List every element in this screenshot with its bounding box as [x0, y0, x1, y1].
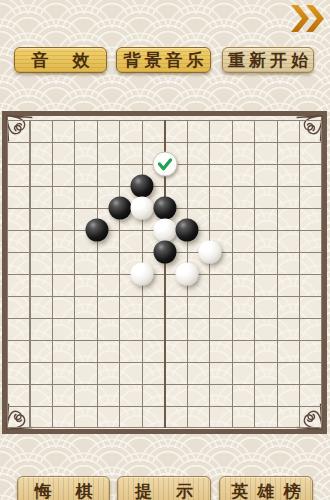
board-cell[interactable]	[276, 142, 298, 164]
board-cell[interactable]	[97, 383, 119, 405]
board-cell[interactable]	[7, 164, 29, 186]
board-cell[interactable]	[119, 252, 141, 274]
board-cell[interactable]	[186, 208, 208, 230]
board-cell[interactable]	[142, 383, 164, 405]
board-cell[interactable]	[186, 295, 208, 317]
board-cell[interactable]	[74, 230, 96, 252]
board-cell[interactable]	[142, 230, 164, 252]
board-cell[interactable]	[29, 164, 51, 186]
board-cell[interactable]	[97, 164, 119, 186]
board-cell[interactable]	[52, 295, 74, 317]
board-cell[interactable]	[74, 120, 96, 142]
board-cell[interactable]	[97, 142, 119, 164]
board-cell[interactable]	[142, 295, 164, 317]
board-cell[interactable]	[231, 274, 253, 296]
board-cell[interactable]	[186, 252, 208, 274]
undo-move-label: 悔棋	[35, 480, 117, 500]
board-cell[interactable]	[97, 252, 119, 274]
board-cell[interactable]	[7, 361, 29, 383]
board-cell[interactable]	[142, 186, 164, 208]
board-cell[interactable]	[209, 186, 231, 208]
board-cell[interactable]	[29, 383, 51, 405]
board-cell[interactable]	[74, 186, 96, 208]
board-cell[interactable]	[119, 208, 141, 230]
board-cell[interactable]	[7, 274, 29, 296]
board-cell[interactable]	[299, 252, 321, 274]
board-cell[interactable]	[231, 339, 253, 361]
board-cell[interactable]	[254, 164, 276, 186]
board-cell[interactable]	[231, 361, 253, 383]
double-chevron-right-icon	[290, 5, 326, 32]
board-cell[interactable]	[231, 295, 253, 317]
board-cell[interactable]	[164, 120, 186, 142]
board-cell[interactable]	[209, 120, 231, 142]
board-cell[interactable]	[7, 339, 29, 361]
board-cell[interactable]	[276, 252, 298, 274]
board-cell[interactable]	[231, 405, 253, 427]
board-cell[interactable]	[231, 164, 253, 186]
board-cell[interactable]	[299, 230, 321, 252]
board-cell[interactable]	[7, 252, 29, 274]
board-cell[interactable]	[164, 361, 186, 383]
board-cell[interactable]	[276, 361, 298, 383]
background-music-button[interactable]: 背景音乐	[116, 47, 211, 73]
board-cell[interactable]	[142, 317, 164, 339]
board-cell[interactable]	[52, 339, 74, 361]
board-cell[interactable]	[97, 208, 119, 230]
board-cell[interactable]	[7, 230, 29, 252]
board-cell[interactable]	[276, 339, 298, 361]
board-cell[interactable]	[119, 339, 141, 361]
board-cell[interactable]	[276, 274, 298, 296]
board-cell[interactable]	[29, 186, 51, 208]
board-cell[interactable]	[97, 120, 119, 142]
board-cell[interactable]	[231, 186, 253, 208]
board-cell[interactable]	[164, 295, 186, 317]
restart-button[interactable]: 重新开始	[222, 47, 314, 73]
sound-effects-label: 音效	[32, 49, 114, 72]
board-cell[interactable]	[254, 317, 276, 339]
board-cell[interactable]	[186, 120, 208, 142]
board-cell[interactable]	[74, 383, 96, 405]
board-cell[interactable]	[276, 317, 298, 339]
board-cell[interactable]	[254, 361, 276, 383]
board-cell[interactable]	[7, 208, 29, 230]
board-cell[interactable]	[231, 142, 253, 164]
board-cell[interactable]	[97, 317, 119, 339]
board-cell[interactable]	[97, 405, 119, 427]
board-cell[interactable]	[142, 120, 164, 142]
board-cell[interactable]	[74, 405, 96, 427]
board-cell[interactable]	[7, 142, 29, 164]
board-cell[interactable]	[7, 186, 29, 208]
board-cell[interactable]	[29, 295, 51, 317]
gomoku-board	[2, 111, 327, 434]
board-cell[interactable]	[97, 186, 119, 208]
board-cell[interactable]	[254, 274, 276, 296]
board-cell[interactable]	[164, 317, 186, 339]
board-cell[interactable]	[231, 208, 253, 230]
board-cell[interactable]	[186, 317, 208, 339]
board-cell[interactable]	[209, 274, 231, 296]
board-cell[interactable]	[29, 252, 51, 274]
board-cell[interactable]	[52, 274, 74, 296]
board-cell[interactable]	[29, 230, 51, 252]
board-cell[interactable]	[52, 405, 74, 427]
board-cell[interactable]	[276, 405, 298, 427]
board-cell[interactable]	[7, 120, 29, 142]
board-cell[interactable]	[119, 120, 141, 142]
board-cell[interactable]	[299, 295, 321, 317]
board-cell[interactable]	[254, 405, 276, 427]
board-cell[interactable]	[254, 208, 276, 230]
board-cell[interactable]	[52, 164, 74, 186]
background-music-label: 背景音乐	[124, 49, 208, 72]
leaderboard-button[interactable]: 英雄榜	[219, 476, 313, 500]
board-cell[interactable]	[119, 230, 141, 252]
board-cell[interactable]	[209, 383, 231, 405]
board-cell[interactable]	[52, 142, 74, 164]
board-cell[interactable]	[52, 361, 74, 383]
board-cell[interactable]	[299, 317, 321, 339]
board-cell[interactable]	[209, 142, 231, 164]
board-cell[interactable]	[254, 186, 276, 208]
board-cell[interactable]	[29, 361, 51, 383]
board-cell[interactable]	[186, 142, 208, 164]
board-cell[interactable]	[209, 252, 231, 274]
board-cell[interactable]	[276, 230, 298, 252]
board-cell[interactable]	[164, 230, 186, 252]
board-cell[interactable]	[52, 230, 74, 252]
board-cell[interactable]	[299, 208, 321, 230]
board-cell[interactable]	[254, 295, 276, 317]
board-cell[interactable]	[276, 383, 298, 405]
board-cell[interactable]	[97, 295, 119, 317]
board-cell[interactable]	[74, 252, 96, 274]
board-cell[interactable]	[29, 208, 51, 230]
board-cell[interactable]	[276, 164, 298, 186]
board-cell[interactable]	[299, 120, 321, 142]
board-cell[interactable]	[254, 142, 276, 164]
board-cell[interactable]	[142, 274, 164, 296]
undo-move-button[interactable]: 悔棋	[17, 476, 110, 500]
board-cell[interactable]	[52, 317, 74, 339]
board-cell[interactable]	[276, 295, 298, 317]
board-cell[interactable]	[142, 208, 164, 230]
board-cell[interactable]	[119, 383, 141, 405]
board-cell[interactable]	[186, 405, 208, 427]
board-cell[interactable]	[299, 405, 321, 427]
board-cell[interactable]	[209, 295, 231, 317]
board-cell[interactable]	[29, 274, 51, 296]
board-cell[interactable]	[119, 405, 141, 427]
board-cell[interactable]	[254, 339, 276, 361]
board-cell[interactable]	[7, 317, 29, 339]
board-cell[interactable]	[299, 164, 321, 186]
board-cell[interactable]	[97, 339, 119, 361]
board-inner	[7, 120, 322, 428]
board-cell[interactable]	[164, 383, 186, 405]
board-cell[interactable]	[276, 208, 298, 230]
board-cell[interactable]	[74, 208, 96, 230]
board-cell[interactable]	[142, 252, 164, 274]
board-cell[interactable]	[209, 405, 231, 427]
hint-label: 提示	[135, 480, 217, 500]
board-cell[interactable]	[74, 164, 96, 186]
board-cell[interactable]	[254, 230, 276, 252]
board-cell[interactable]	[186, 186, 208, 208]
board-cell[interactable]	[97, 230, 119, 252]
board-cell[interactable]	[74, 361, 96, 383]
board-cell[interactable]	[164, 405, 186, 427]
board-cell[interactable]	[231, 383, 253, 405]
board-cell[interactable]	[209, 339, 231, 361]
board-cell[interactable]	[276, 186, 298, 208]
board-cell[interactable]	[299, 339, 321, 361]
board-cell[interactable]	[276, 120, 298, 142]
board-cell[interactable]	[119, 274, 141, 296]
board-cell[interactable]	[119, 186, 141, 208]
board-cell[interactable]	[231, 230, 253, 252]
board-cell[interactable]	[186, 383, 208, 405]
board-cell[interactable]	[52, 120, 74, 142]
green-checkmark-icon	[155, 155, 174, 174]
leaderboard-label: 英雄榜	[232, 480, 310, 500]
board-cell[interactable]	[119, 142, 141, 164]
board-cell[interactable]	[7, 295, 29, 317]
board-cell[interactable]	[142, 405, 164, 427]
board-cell[interactable]	[29, 339, 51, 361]
board-cell[interactable]	[119, 295, 141, 317]
board-cell[interactable]	[186, 339, 208, 361]
board-cell[interactable]	[52, 383, 74, 405]
board-cell[interactable]	[186, 230, 208, 252]
gomoku-app: { "game": "gomoku (五子棋), 15x15 board, st…	[0, 0, 330, 500]
board-cell[interactable]	[7, 383, 29, 405]
board-cell[interactable]	[231, 120, 253, 142]
board-cell[interactable]	[29, 120, 51, 142]
board-cell[interactable]	[29, 317, 51, 339]
board-cell[interactable]	[52, 186, 74, 208]
board-cell[interactable]	[299, 361, 321, 383]
board-cell[interactable]	[74, 339, 96, 361]
board-cell[interactable]	[97, 361, 119, 383]
board-cell[interactable]	[74, 274, 96, 296]
board-cell[interactable]	[74, 295, 96, 317]
board-cell[interactable]	[254, 120, 276, 142]
board-cell[interactable]	[164, 208, 186, 230]
board-cell[interactable]	[52, 208, 74, 230]
sound-effects-button[interactable]: 音效	[14, 47, 107, 73]
board-cell[interactable]	[299, 142, 321, 164]
board-cell[interactable]	[119, 317, 141, 339]
board-cell[interactable]	[231, 317, 253, 339]
board-cell[interactable]	[299, 383, 321, 405]
board-cell[interactable]	[97, 274, 119, 296]
board-cell[interactable]	[119, 361, 141, 383]
board-cell[interactable]	[209, 164, 231, 186]
board-cell[interactable]	[52, 252, 74, 274]
board-cell[interactable]	[209, 317, 231, 339]
board-cell[interactable]	[74, 142, 96, 164]
board-cell[interactable]	[164, 274, 186, 296]
board-cell[interactable]	[209, 230, 231, 252]
board-cell[interactable]	[164, 252, 186, 274]
board-cell[interactable]	[164, 339, 186, 361]
board-cell[interactable]	[29, 405, 51, 427]
board-cell[interactable]	[254, 252, 276, 274]
board-cell[interactable]	[142, 361, 164, 383]
board-cell[interactable]	[299, 274, 321, 296]
board-cell[interactable]	[142, 339, 164, 361]
board-cell[interactable]	[186, 164, 208, 186]
board-cell[interactable]	[209, 361, 231, 383]
board-cell[interactable]	[164, 186, 186, 208]
board-cell[interactable]	[119, 164, 141, 186]
board-cell[interactable]	[254, 383, 276, 405]
board-cell[interactable]	[74, 317, 96, 339]
board-cell[interactable]	[29, 142, 51, 164]
board-cell[interactable]	[231, 252, 253, 274]
restart-label: 重新开始	[228, 49, 312, 72]
hint-button[interactable]: 提示	[117, 476, 211, 500]
expand-button[interactable]	[290, 5, 326, 32]
board-cell[interactable]	[186, 274, 208, 296]
confirm-checkmark-marker[interactable]	[152, 152, 177, 177]
board-cell[interactable]	[299, 186, 321, 208]
board-cell[interactable]	[186, 361, 208, 383]
board-cell[interactable]	[209, 208, 231, 230]
board-cell[interactable]	[7, 405, 29, 427]
